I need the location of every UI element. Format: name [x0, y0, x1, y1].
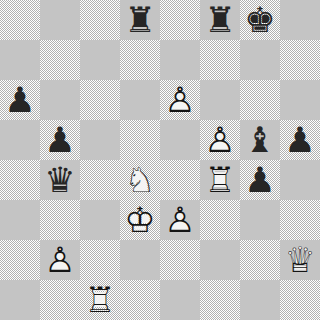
piece-white-rook[interactable]: ♜♖ [200, 160, 240, 200]
piece-black-pawn[interactable]: ♟ [280, 120, 320, 160]
square-f4[interactable]: ♜♖ [200, 160, 240, 200]
square-g8[interactable]: ♚ [240, 0, 280, 40]
square-b8[interactable] [40, 0, 80, 40]
square-f2[interactable] [200, 240, 240, 280]
square-b7[interactable] [40, 40, 80, 80]
square-d1[interactable] [120, 280, 160, 320]
square-b4[interactable]: ♛ [40, 160, 80, 200]
piece-black-pawn[interactable]: ♟ [0, 80, 40, 120]
square-e1[interactable] [160, 280, 200, 320]
square-h6[interactable] [280, 80, 320, 120]
square-c3[interactable] [80, 200, 120, 240]
piece-white-knight[interactable]: ♞♘ [120, 160, 160, 200]
square-f8[interactable]: ♜ [200, 0, 240, 40]
square-h7[interactable] [280, 40, 320, 80]
square-a8[interactable] [0, 0, 40, 40]
square-b3[interactable] [40, 200, 80, 240]
square-g4[interactable]: ♟ [240, 160, 280, 200]
square-e8[interactable] [160, 0, 200, 40]
piece-white-rook[interactable]: ♜♖ [80, 280, 120, 320]
piece-white-pawn[interactable]: ♟♙ [40, 240, 80, 280]
square-e3[interactable]: ♟♙ [160, 200, 200, 240]
square-f6[interactable] [200, 80, 240, 120]
piece-black-pawn[interactable]: ♟ [40, 120, 80, 160]
square-c8[interactable] [80, 0, 120, 40]
piece-outline-layer: ♙ [200, 120, 240, 160]
square-e6[interactable]: ♟♙ [160, 80, 200, 120]
piece-white-queen[interactable]: ♛♕ [280, 240, 320, 280]
square-a7[interactable] [0, 40, 40, 80]
piece-outline-layer: ♖ [200, 160, 240, 200]
piece-black-rook[interactable]: ♜ [120, 0, 160, 40]
square-f7[interactable] [200, 40, 240, 80]
piece-white-pawn[interactable]: ♟♙ [160, 200, 200, 240]
square-e5[interactable] [160, 120, 200, 160]
piece-white-pawn[interactable]: ♟♙ [160, 80, 200, 120]
square-g6[interactable] [240, 80, 280, 120]
piece-outline-layer: ♔ [120, 200, 160, 240]
square-d2[interactable] [120, 240, 160, 280]
square-a2[interactable] [0, 240, 40, 280]
square-a3[interactable] [0, 200, 40, 240]
square-h8[interactable] [280, 0, 320, 40]
square-b1[interactable] [40, 280, 80, 320]
square-d5[interactable] [120, 120, 160, 160]
piece-outline-layer: ♘ [120, 160, 160, 200]
square-g3[interactable] [240, 200, 280, 240]
square-d4[interactable]: ♞♘ [120, 160, 160, 200]
piece-outline-layer: ♙ [160, 80, 200, 120]
square-g2[interactable] [240, 240, 280, 280]
chess-board-screenshot: ♜♜♚♟♟♙♟♟♙♝♟♛♞♘♜♖♟♚♔♟♙♟♙♛♕♜♖ [0, 0, 320, 320]
square-c6[interactable] [80, 80, 120, 120]
square-a5[interactable] [0, 120, 40, 160]
piece-white-king[interactable]: ♚♔ [120, 200, 160, 240]
square-h4[interactable] [280, 160, 320, 200]
piece-outline-layer: ♕ [280, 240, 320, 280]
square-c7[interactable] [80, 40, 120, 80]
square-c5[interactable] [80, 120, 120, 160]
square-b5[interactable]: ♟ [40, 120, 80, 160]
square-e2[interactable] [160, 240, 200, 280]
square-h1[interactable] [280, 280, 320, 320]
square-d3[interactable]: ♚♔ [120, 200, 160, 240]
square-c2[interactable] [80, 240, 120, 280]
piece-outline-layer: ♖ [80, 280, 120, 320]
square-h2[interactable]: ♛♕ [280, 240, 320, 280]
piece-black-rook[interactable]: ♜ [200, 0, 240, 40]
piece-white-pawn[interactable]: ♟♙ [200, 120, 240, 160]
square-e7[interactable] [160, 40, 200, 80]
piece-black-pawn[interactable]: ♟ [240, 160, 280, 200]
square-a4[interactable] [0, 160, 40, 200]
square-g5[interactable]: ♝ [240, 120, 280, 160]
square-b2[interactable]: ♟♙ [40, 240, 80, 280]
square-h3[interactable] [280, 200, 320, 240]
square-f5[interactable]: ♟♙ [200, 120, 240, 160]
piece-outline-layer: ♙ [40, 240, 80, 280]
square-c1[interactable]: ♜♖ [80, 280, 120, 320]
square-f3[interactable] [200, 200, 240, 240]
square-f1[interactable] [200, 280, 240, 320]
square-d8[interactable]: ♜ [120, 0, 160, 40]
square-d6[interactable] [120, 80, 160, 120]
piece-black-bishop[interactable]: ♝ [240, 120, 280, 160]
square-a1[interactable] [0, 280, 40, 320]
piece-outline-layer: ♙ [160, 200, 200, 240]
square-b6[interactable] [40, 80, 80, 120]
square-c4[interactable] [80, 160, 120, 200]
piece-black-queen[interactable]: ♛ [40, 160, 80, 200]
piece-black-king[interactable]: ♚ [240, 0, 280, 40]
chess-board: ♜♜♚♟♟♙♟♟♙♝♟♛♞♘♜♖♟♚♔♟♙♟♙♛♕♜♖ [0, 0, 320, 320]
square-g7[interactable] [240, 40, 280, 80]
square-d7[interactable] [120, 40, 160, 80]
square-a6[interactable]: ♟ [0, 80, 40, 120]
square-h5[interactable]: ♟ [280, 120, 320, 160]
square-g1[interactable] [240, 280, 280, 320]
square-e4[interactable] [160, 160, 200, 200]
